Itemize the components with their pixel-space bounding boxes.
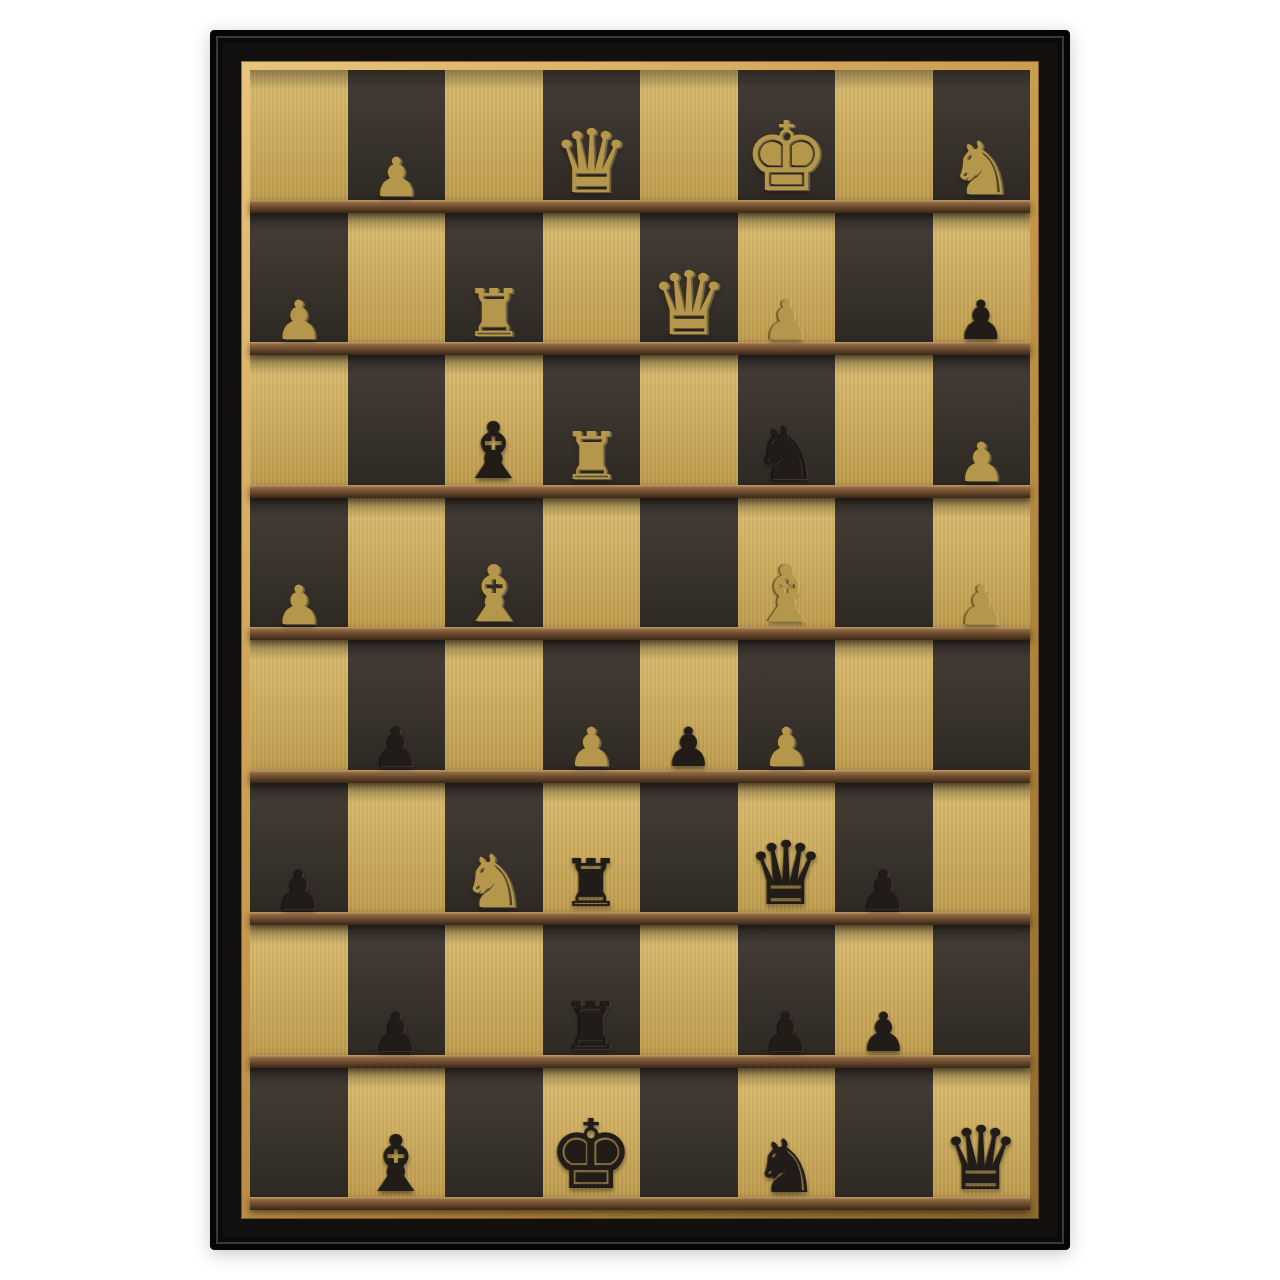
black-queen[interactable]: ♛ [942, 1117, 1021, 1201]
shelf-row-3: ♝♜♞♟ [250, 355, 1030, 498]
gold-knight[interactable]: ♞ [461, 846, 527, 916]
square-r2c2 [348, 213, 446, 356]
square-r5c1 [250, 640, 348, 783]
gold-rook[interactable]: ♜ [464, 283, 523, 346]
gold-king[interactable]: ♚ [743, 112, 829, 203]
square-r8c2: ♝ [348, 1068, 446, 1211]
square-r3c6: ♞ [738, 355, 836, 498]
black-pawn[interactable]: ♟ [860, 865, 908, 916]
black-pawn[interactable]: ♟ [957, 295, 1005, 346]
square-r5c5: ♟ [640, 640, 738, 783]
square-r3c2 [348, 355, 446, 498]
black-pawn[interactable]: ♟ [665, 722, 713, 773]
square-r7c6: ♟ [738, 925, 836, 1068]
square-r7c7: ♟ [835, 925, 933, 1068]
black-pawn[interactable]: ♟ [372, 1007, 420, 1058]
square-r6c6: ♛ [738, 783, 836, 926]
square-r6c2 [348, 783, 446, 926]
square-r8c5 [640, 1068, 738, 1211]
square-r1c5 [640, 70, 738, 213]
square-r8c4: ♚ [543, 1068, 641, 1211]
wooden-shelf-5 [250, 770, 1030, 783]
square-r5c6: ♟ [738, 640, 836, 783]
gold-pawn[interactable]: ♟ [762, 722, 810, 773]
square-r1c8: ♞ [933, 70, 1031, 213]
square-r7c3 [445, 925, 543, 1068]
square-r8c1 [250, 1068, 348, 1211]
square-r6c8 [933, 783, 1031, 926]
square-r3c1 [250, 355, 348, 498]
shelf-row-2: ♟♜♛♟♟ [250, 213, 1030, 356]
square-r3c4: ♜ [543, 355, 641, 498]
wooden-shelf-3 [250, 485, 1030, 498]
square-r6c5 [640, 783, 738, 926]
shelf-row-6: ♟♞♜♛♟ [250, 783, 1030, 926]
wooden-shelf-2 [250, 342, 1030, 355]
gold-queen[interactable]: ♛ [649, 262, 728, 346]
black-pawn[interactable]: ♟ [762, 1007, 810, 1058]
square-r3c5 [640, 355, 738, 498]
square-r5c8 [933, 640, 1031, 783]
gold-knight[interactable]: ♞ [948, 133, 1014, 203]
square-r4c8: ♟ [933, 498, 1031, 641]
black-pawn[interactable]: ♟ [860, 1007, 908, 1058]
square-r4c4 [543, 498, 641, 641]
square-r2c1: ♟ [250, 213, 348, 356]
gold-queen[interactable]: ♛ [552, 120, 631, 204]
black-rook[interactable]: ♜ [562, 853, 621, 916]
black-knight[interactable]: ♞ [753, 1131, 819, 1201]
square-r3c8: ♟ [933, 355, 1031, 498]
square-r2c8: ♟ [933, 213, 1031, 356]
square-r6c1: ♟ [250, 783, 348, 926]
gold-bishop[interactable]: ♝ [459, 557, 529, 631]
black-bishop[interactable]: ♝ [361, 1127, 431, 1201]
square-r6c3: ♞ [445, 783, 543, 926]
wooden-shelf-6 [250, 912, 1030, 925]
black-queen[interactable]: ♛ [747, 832, 826, 916]
square-r5c4: ♟ [543, 640, 641, 783]
shelf-row-8: ♝♚♞♛ [250, 1068, 1030, 1211]
wooden-shelf-7 [250, 1055, 1030, 1068]
black-knight[interactable]: ♞ [753, 418, 819, 488]
square-r4c1: ♟ [250, 498, 348, 641]
square-r7c5 [640, 925, 738, 1068]
black-pawn[interactable]: ♟ [275, 865, 323, 916]
shelf-row-7: ♟♜♟♟ [250, 925, 1030, 1068]
square-r1c3 [445, 70, 543, 213]
square-r1c6: ♚ [738, 70, 836, 213]
square-r8c7 [835, 1068, 933, 1211]
square-r1c7 [835, 70, 933, 213]
square-r4c2 [348, 498, 446, 641]
square-r4c5 [640, 498, 738, 641]
black-pawn[interactable]: ♟ [372, 722, 420, 773]
gold-pawn[interactable]: ♟ [275, 580, 323, 631]
square-r7c1 [250, 925, 348, 1068]
picture-frame: ♟♛♚♞♟♜♛♟♟♝♜♞♟♟♝♝♟♟♟♟♟♟♞♜♛♟♟♜♟♟♝♚♞♛ [210, 30, 1070, 1250]
square-r7c8 [933, 925, 1031, 1068]
board: ♟♛♚♞♟♜♛♟♟♝♜♞♟♟♝♝♟♟♟♟♟♟♞♜♛♟♟♜♟♟♝♚♞♛ [250, 70, 1030, 1210]
square-r3c7 [835, 355, 933, 498]
gold-pawn[interactable]: ♟ [567, 722, 615, 773]
gold-fillet-border: ♟♛♚♞♟♜♛♟♟♝♜♞♟♟♝♝♟♟♟♟♟♟♞♜♛♟♟♜♟♟♝♚♞♛ [241, 61, 1039, 1219]
wooden-shelf-4 [250, 627, 1030, 640]
black-rook[interactable]: ♜ [562, 996, 621, 1059]
gold-pawn[interactable]: ♟ [372, 152, 420, 203]
square-r5c3 [445, 640, 543, 783]
square-r6c7: ♟ [835, 783, 933, 926]
square-r8c8: ♛ [933, 1068, 1031, 1211]
shelf-row-5: ♟♟♟♟ [250, 640, 1030, 783]
gold-rook[interactable]: ♜ [562, 426, 621, 489]
square-r7c2: ♟ [348, 925, 446, 1068]
square-r7c4: ♜ [543, 925, 641, 1068]
square-r4c6: ♝ [738, 498, 836, 641]
square-r6c4: ♜ [543, 783, 641, 926]
square-r1c4: ♛ [543, 70, 641, 213]
square-r2c3: ♜ [445, 213, 543, 356]
square-r4c3: ♝ [445, 498, 543, 641]
gold-bishop[interactable]: ♝ [751, 557, 821, 631]
black-bishop[interactable]: ♝ [459, 414, 529, 488]
square-r8c6: ♞ [738, 1068, 836, 1211]
gold-pawn[interactable]: ♟ [957, 437, 1005, 488]
black-king[interactable]: ♚ [548, 1110, 634, 1201]
shelf-row-4: ♟♝♝♟ [250, 498, 1030, 641]
square-r8c3 [445, 1068, 543, 1211]
shelf-row-1: ♟♛♚♞ [250, 70, 1030, 213]
square-r2c6: ♟ [738, 213, 836, 356]
square-r5c7 [835, 640, 933, 783]
square-r5c2: ♟ [348, 640, 446, 783]
square-r1c1 [250, 70, 348, 213]
gold-pawn[interactable]: ♟ [275, 295, 323, 346]
square-r2c4 [543, 213, 641, 356]
square-r3c3: ♝ [445, 355, 543, 498]
square-r1c2: ♟ [348, 70, 446, 213]
square-r2c5: ♛ [640, 213, 738, 356]
gold-pawn[interactable]: ♟ [957, 580, 1005, 631]
square-r4c7 [835, 498, 933, 641]
wooden-shelf-1 [250, 200, 1030, 213]
gold-pawn[interactable]: ♟ [762, 295, 810, 346]
square-r2c7 [835, 213, 933, 356]
